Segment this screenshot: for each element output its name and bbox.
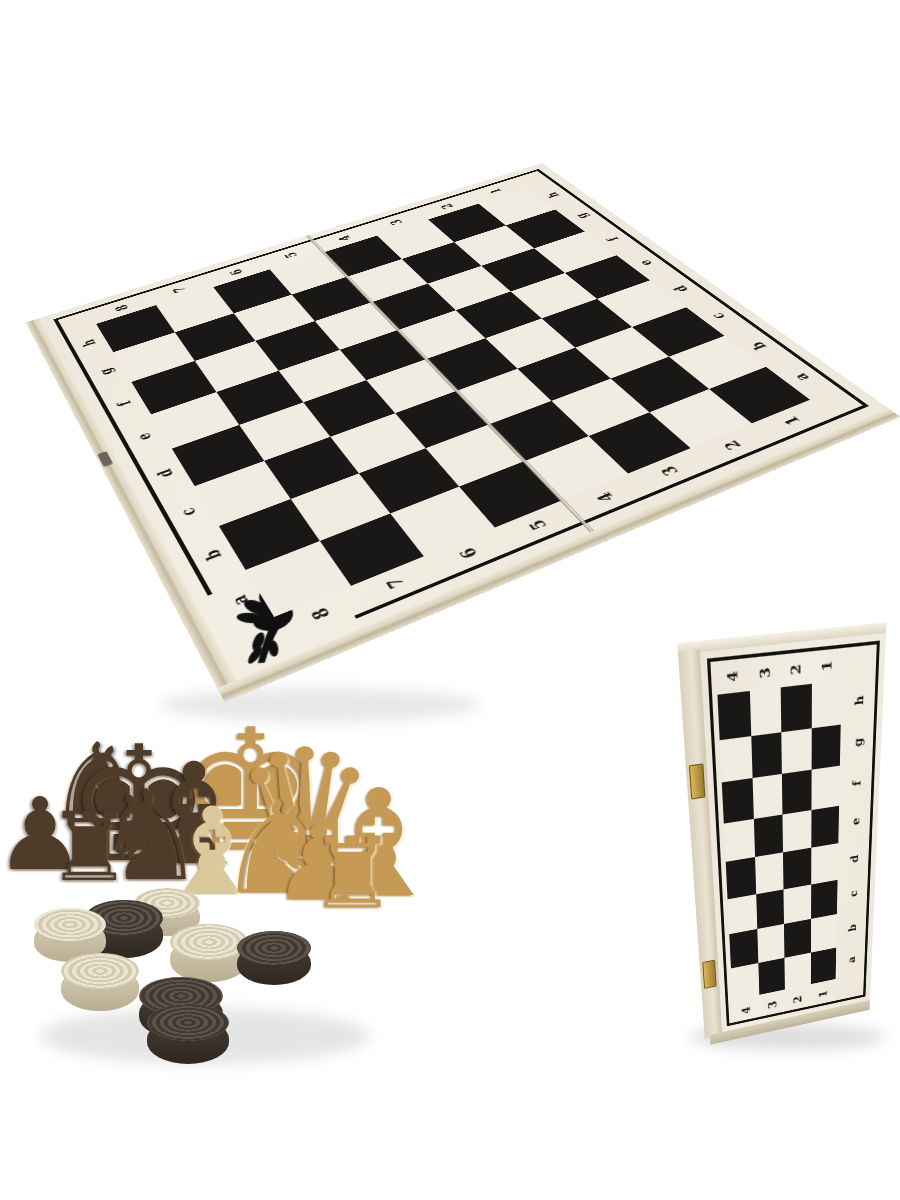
square-dark (751, 732, 782, 778)
coord-label: 1 (781, 414, 804, 426)
square-dark (782, 770, 811, 814)
coord-label: 2 (792, 995, 803, 1004)
coord-label: f (851, 780, 862, 787)
square-light (783, 884, 810, 924)
coord-label: h (544, 191, 561, 199)
square-dark (811, 724, 841, 770)
checker-top (147, 1004, 229, 1042)
coord-label: b (847, 923, 857, 932)
coord-label: g (97, 367, 116, 378)
square-light (728, 894, 757, 934)
square-light (811, 766, 840, 810)
coord-label: 2 (721, 439, 744, 452)
checker-top (61, 953, 139, 989)
coord-label: 1 (820, 660, 833, 672)
coord-label: 3 (758, 667, 772, 679)
coord-label: b (748, 340, 769, 351)
coord-label: 4 (741, 1006, 752, 1015)
white-checker (61, 953, 139, 1011)
coord-label: f (115, 399, 134, 408)
coord-label: 8 (113, 303, 131, 312)
coord-label: a (791, 372, 813, 383)
coord-label: c (848, 890, 858, 898)
coord-label: h (854, 695, 866, 706)
square-light (811, 680, 841, 727)
coord-label: a (847, 956, 857, 964)
square-light (784, 952, 810, 989)
square-light (724, 819, 755, 862)
coord-label: 3 (658, 464, 682, 477)
square-dark (726, 857, 756, 899)
chessboard-face: 8765432187654321hgfedcbahgfedcba (40, 163, 888, 680)
light-rook: ♜ (304, 824, 402, 922)
coord-label: e (637, 259, 655, 267)
square-dark (756, 889, 784, 929)
square-light (749, 687, 781, 735)
coord-label: 2 (789, 663, 802, 675)
coord-label: g (573, 212, 591, 220)
checker-top (237, 931, 311, 965)
coord-label: 4 (726, 670, 740, 682)
coord-label: 3 (767, 1000, 778, 1009)
square-dark (717, 691, 750, 740)
coord-label: 5 (283, 251, 300, 259)
coord-label: 6 (228, 268, 246, 277)
coord-label: c (178, 506, 200, 519)
square-dark (783, 848, 811, 889)
coord-label: 2 (439, 202, 456, 210)
coord-label: h (80, 338, 99, 348)
square-light (811, 843, 839, 884)
hinge-icon (702, 960, 716, 989)
square-light (731, 963, 759, 1001)
coord-label: 3 (388, 218, 405, 226)
coord-label: 1 (488, 187, 505, 194)
coord-label: e (850, 817, 861, 826)
hinge-icon (689, 763, 705, 799)
coord-label: 5 (526, 517, 550, 532)
coord-label: 4 (336, 234, 353, 242)
coord-label: 7 (171, 285, 189, 294)
square-dark (753, 814, 783, 857)
folded-chessboard: 43214321hgfedcba (700, 633, 886, 1032)
square-dark (781, 684, 812, 732)
open-chessboard: 8765432187654321hgfedcbahgfedcba (40, 163, 888, 680)
square-light (757, 924, 785, 963)
coord-label: 7 (384, 575, 409, 591)
coord-label: f (605, 235, 621, 242)
square-light (782, 810, 811, 853)
square-light (752, 774, 782, 819)
square-light (781, 728, 811, 774)
coord-label: 4 (594, 490, 618, 504)
square-light (811, 914, 837, 952)
square-light (720, 736, 752, 783)
square-dark (729, 929, 758, 968)
square-dark (811, 879, 838, 919)
coord-label: d (155, 467, 176, 480)
dark-checker (237, 931, 311, 986)
coord-label: b (202, 547, 225, 562)
coord-label: c (709, 311, 729, 320)
coord-label: d (849, 854, 860, 863)
coord-label: 6 (456, 546, 480, 561)
coord-label: e (134, 431, 154, 442)
folded-board-face: 43214321hgfedcba (700, 633, 886, 1032)
square-dark (784, 919, 811, 957)
coord-label: 1 (818, 989, 829, 998)
product-photo-scene: 8765432187654321hgfedcbahgfedcba 4321432… (0, 0, 900, 1200)
dark-checker (147, 1004, 229, 1065)
square-dark (758, 957, 785, 994)
coord-label: g (852, 737, 863, 747)
square-light (755, 852, 784, 894)
coord-label: d (671, 284, 691, 293)
square-dark (722, 778, 754, 823)
square-dark (810, 947, 836, 984)
square-dark (811, 805, 839, 847)
